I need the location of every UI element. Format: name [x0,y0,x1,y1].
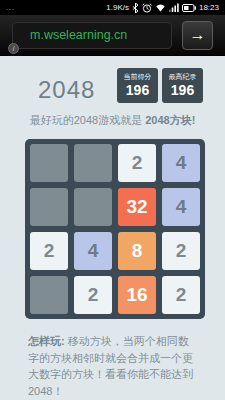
url-input[interactable]: m.wselearning.cn i [12,22,172,49]
empty-cell [74,144,112,182]
battery-icon [182,4,196,12]
status-bar: ... 1.9K/s 18:23 [0,0,225,15]
tile-4: 4 [162,188,200,226]
tile-8: 8 [118,232,156,270]
tile-2: 2 [118,144,156,182]
info-icon[interactable]: i [8,43,19,54]
instructions: 怎样玩: 移动方块，当两个相同数字的方块相邻时就会合并成一个更大数字的方块！看看… [28,333,197,399]
best-score-box: 最高纪录 196 [162,68,203,103]
arrow-right-icon: → [190,26,206,44]
current-score-value: 196 [117,82,158,100]
notification-dots: ... [6,4,106,11]
clock-time: 18:23 [199,3,219,12]
empty-cell [30,276,68,314]
empty-cell [30,188,68,226]
current-score-label: 当前得分 [117,72,158,82]
tile-32: 32 [118,188,156,226]
empty-cell [30,144,68,182]
current-score-box: 当前得分 196 [117,68,158,103]
tile-4: 4 [74,232,112,270]
bluetooth-icon [132,3,139,13]
best-score-label: 最高纪录 [162,72,203,82]
board[interactable]: 2432424822162 [25,139,205,319]
best-score-value: 196 [162,82,203,100]
url-text: m.wselearning.cn [30,28,127,42]
network-speed: 1.9K/s [106,3,129,12]
wifi-icon [155,3,166,12]
tile-2: 2 [162,276,200,314]
game-header: 2048 当前得分 196 最高纪录 196 [38,68,203,104]
browser-address-bar: m.wselearning.cn i → [0,15,225,56]
tile-2: 2 [162,232,200,270]
tile-2: 2 [30,232,68,270]
alarm-icon [142,3,152,13]
tile-16: 16 [118,276,156,314]
tile-4: 4 [162,144,200,182]
signal-icon [169,3,179,12]
go-button[interactable]: → [182,21,213,50]
page-title: 2048 [38,76,95,104]
empty-cell [74,188,112,226]
tile-2: 2 [74,276,112,314]
subtitle: 最好玩的2048游戏就是 2048方块! [0,113,225,128]
instructions-label: 怎样玩: [28,335,65,347]
